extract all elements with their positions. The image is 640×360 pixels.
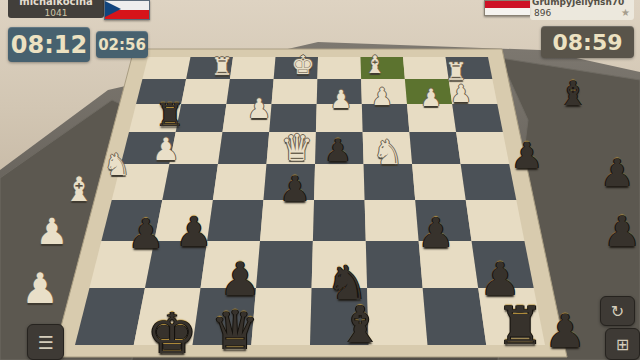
piece-e5[interactable]: ♟ (279, 172, 310, 207)
grid-icon: ⊞ (616, 335, 629, 354)
square-f1[interactable] (230, 57, 276, 79)
square-a3[interactable] (452, 104, 503, 132)
piece-h3[interactable]: ♜ (156, 99, 185, 131)
piece-c1[interactable]: ♝ (364, 53, 386, 77)
square-b8[interactable] (423, 288, 487, 345)
square-d6[interactable] (313, 200, 366, 241)
square-c7[interactable] (366, 241, 423, 288)
captured-black-piece: ♟ (544, 308, 585, 354)
piece-h4[interactable]: ♟ (152, 134, 180, 165)
hamburger-icon: ☰ (37, 332, 53, 353)
square-f6[interactable] (207, 200, 263, 241)
chess-app-screen: ♜♚♝♜♟♟♟♟♟♟♛♞♜♟♟♟♟♟♟♞♟♚♛♝♜♞♝♟♟♝♟♟♟♟ micha… (0, 0, 640, 360)
captured-black-piece: ♟ (600, 154, 634, 192)
player-left-name: michalkocina (8, 0, 104, 7)
menu-button[interactable]: ☰ (27, 324, 64, 360)
square-c6[interactable] (365, 200, 419, 241)
piece-f8[interactable]: ♛ (211, 304, 259, 358)
rotate-camera-icon: ↻ (611, 302, 624, 321)
piece-c4[interactable]: ♞ (373, 135, 403, 169)
clock-left-main: 08:12 (8, 27, 90, 62)
captured-white-piece: ♝ (64, 172, 94, 206)
square-d5[interactable] (314, 164, 365, 200)
piece-d4[interactable]: ♟ (324, 135, 352, 166)
square-f4[interactable] (218, 132, 269, 164)
square-g2[interactable] (181, 79, 230, 104)
piece-d8[interactable]: ♝ (337, 299, 383, 350)
piece-b2[interactable]: ♟ (420, 86, 442, 110)
piece-b6[interactable]: ♟ (418, 213, 455, 254)
piece-c2[interactable]: ♟ (371, 85, 393, 109)
indonesia-flag-icon (484, 0, 531, 16)
piece-g8[interactable]: ♚ (147, 306, 197, 360)
player-right-name: GrumpyJellyfish70 (532, 0, 634, 7)
piece-a2[interactable]: ♟ (450, 82, 472, 106)
square-a5[interactable] (461, 164, 517, 200)
square-a6[interactable] (466, 200, 525, 241)
piece-g1[interactable]: ♜ (211, 55, 233, 79)
piece-e4[interactable]: ♛ (281, 130, 313, 166)
player-panel-left: michalkocina 1041 (8, 0, 104, 18)
piece-g6[interactable]: ♟ (176, 212, 213, 253)
piece-f7[interactable]: ♟ (219, 256, 260, 302)
piece-a8[interactable]: ♜ (496, 299, 544, 352)
player-left-rating: 1041 (8, 8, 104, 18)
captured-black-piece: ♟ (511, 138, 543, 174)
captured-black-piece: ♟ (603, 211, 640, 253)
square-b4[interactable] (409, 132, 460, 164)
clock-left-move: 02:56 (96, 31, 148, 58)
square-b1[interactable] (403, 57, 449, 79)
player-right-rating: 896 (534, 8, 551, 18)
clock-right-main: 08:59 (541, 26, 634, 58)
piece-f3[interactable]: ♟ (247, 95, 271, 122)
square-b5[interactable] (412, 164, 466, 200)
square-f5[interactable] (213, 164, 267, 200)
board-view-button[interactable]: ⊞ (605, 328, 640, 360)
piece-d2[interactable]: ♟ (330, 87, 352, 112)
square-h1[interactable] (142, 57, 190, 79)
square-g5[interactable] (162, 164, 218, 200)
captured-white-piece: ♞ (104, 150, 131, 180)
square-e2[interactable] (272, 79, 318, 104)
captured-white-piece: ♟ (21, 268, 59, 310)
square-d1[interactable] (317, 57, 361, 79)
square-e7[interactable] (256, 241, 313, 288)
captured-black-piece: ♝ (558, 76, 588, 110)
czech-flag-icon (104, 0, 150, 20)
camera-rotate-button[interactable]: ↻ (600, 296, 635, 326)
player-panel-right: GrumpyJellyfish70 896 ★ (530, 0, 634, 20)
captured-white-piece: ♟ (36, 214, 68, 250)
piece-e1[interactable]: ♚ (291, 52, 314, 78)
square-a4[interactable] (456, 132, 509, 164)
star-icon: ★ (621, 7, 630, 18)
piece-h6[interactable]: ♟ (128, 214, 165, 255)
